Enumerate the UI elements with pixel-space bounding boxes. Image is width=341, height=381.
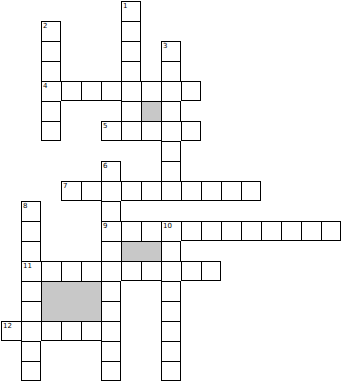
cell-r5-c8[interactable] <box>161 101 181 121</box>
cell-r4-c2[interactable]: 4 <box>41 81 61 101</box>
cell-r6-c6[interactable] <box>121 121 141 141</box>
cell-r16-c8[interactable] <box>161 321 181 341</box>
shaded-cell-r14-c4 <box>81 281 101 301</box>
cell-r10-c5[interactable] <box>101 201 121 221</box>
cell-r3-c2[interactable] <box>41 61 61 81</box>
cell-r2-c2[interactable] <box>41 41 61 61</box>
cell-r6-c8[interactable] <box>161 121 181 141</box>
clue-number-9: 9 <box>103 222 107 230</box>
cell-r4-c4[interactable] <box>81 81 101 101</box>
cell-r15-c8[interactable] <box>161 301 181 321</box>
cell-r14-c5[interactable] <box>101 281 121 301</box>
cell-r11-c10[interactable] <box>201 221 221 241</box>
cell-r6-c9[interactable] <box>181 121 201 141</box>
cell-r3-c6[interactable] <box>121 61 141 81</box>
cell-r2-c8[interactable]: 3 <box>161 41 181 61</box>
cell-r6-c2[interactable] <box>41 121 61 141</box>
cell-r4-c9[interactable] <box>181 81 201 101</box>
cell-r14-c8[interactable] <box>161 281 181 301</box>
cell-r4-c8[interactable] <box>161 81 181 101</box>
cell-r16-c4[interactable] <box>81 321 101 341</box>
cell-r17-c5[interactable] <box>101 341 121 361</box>
cell-r4-c6[interactable] <box>121 81 141 101</box>
cell-r18-c8[interactable] <box>161 361 181 381</box>
cell-r13-c7[interactable] <box>141 261 161 281</box>
cell-r7-c8[interactable] <box>161 141 181 161</box>
cell-r17-c8[interactable] <box>161 341 181 361</box>
shaded-cell-r15-c2 <box>41 301 61 321</box>
cell-r11-c11[interactable] <box>221 221 241 241</box>
shaded-cell-r12-c7 <box>141 241 161 261</box>
clue-number-10: 10 <box>163 222 172 230</box>
clue-number-12: 12 <box>3 322 12 330</box>
cell-r13-c4[interactable] <box>81 261 101 281</box>
cell-r9-c8[interactable] <box>161 181 181 201</box>
cell-r15-c1[interactable] <box>21 301 41 321</box>
clue-number-11: 11 <box>23 262 32 270</box>
shaded-cell-r14-c2 <box>41 281 61 301</box>
cell-r5-c6[interactable] <box>121 101 141 121</box>
cell-r9-c3[interactable]: 7 <box>61 181 81 201</box>
cell-r4-c7[interactable] <box>141 81 161 101</box>
cell-r17-c1[interactable] <box>21 341 41 361</box>
cell-r11-c13[interactable] <box>261 221 281 241</box>
cell-r2-c6[interactable] <box>121 41 141 61</box>
cell-r18-c5[interactable] <box>101 361 121 381</box>
cell-r9-c4[interactable] <box>81 181 101 201</box>
cell-r18-c1[interactable] <box>21 361 41 381</box>
cell-r1-c2[interactable]: 2 <box>41 21 61 41</box>
shaded-cell-r15-c4 <box>81 301 101 321</box>
cell-r13-c10[interactable] <box>201 261 221 281</box>
cell-r3-c8[interactable] <box>161 61 181 81</box>
cell-r16-c5[interactable] <box>101 321 121 341</box>
cell-r13-c6[interactable] <box>121 261 141 281</box>
cell-r11-c6[interactable] <box>121 221 141 241</box>
shaded-cell-r5-c7 <box>141 101 161 121</box>
clue-number-5: 5 <box>103 122 107 130</box>
cell-r15-c5[interactable] <box>101 301 121 321</box>
cell-r9-c5[interactable] <box>101 181 121 201</box>
shaded-cell-r14-c3 <box>61 281 81 301</box>
cell-r11-c5[interactable]: 9 <box>101 221 121 241</box>
cell-r6-c7[interactable] <box>141 121 161 141</box>
cell-r9-c11[interactable] <box>221 181 241 201</box>
cell-r12-c5[interactable] <box>101 241 121 261</box>
cell-r4-c3[interactable] <box>61 81 81 101</box>
shaded-cell-r12-c6 <box>121 241 141 261</box>
cell-r13-c9[interactable] <box>181 261 201 281</box>
clue-number-3: 3 <box>163 42 167 50</box>
cell-r16-c2[interactable] <box>41 321 61 341</box>
cell-r11-c15[interactable] <box>301 221 321 241</box>
cell-r13-c1[interactable]: 11 <box>21 261 41 281</box>
cell-r9-c6[interactable] <box>121 181 141 201</box>
cell-r9-c12[interactable] <box>241 181 261 201</box>
cell-r12-c8[interactable] <box>161 241 181 261</box>
shaded-cell-r15-c3 <box>61 301 81 321</box>
cell-r9-c7[interactable] <box>141 181 161 201</box>
cell-r4-c5[interactable] <box>101 81 121 101</box>
cell-r11-c7[interactable] <box>141 221 161 241</box>
cell-r13-c8[interactable] <box>161 261 181 281</box>
clue-number-7: 7 <box>63 182 67 190</box>
cell-r8-c5[interactable]: 6 <box>101 161 121 181</box>
cell-r10-c1[interactable]: 8 <box>21 201 41 221</box>
cell-r11-c9[interactable] <box>181 221 201 241</box>
cell-r11-c12[interactable] <box>241 221 261 241</box>
cell-r16-c0[interactable]: 12 <box>1 321 21 341</box>
clue-number-2: 2 <box>43 22 47 30</box>
cell-r12-c1[interactable] <box>21 241 41 261</box>
cell-r13-c3[interactable] <box>61 261 81 281</box>
cell-r13-c2[interactable] <box>41 261 61 281</box>
clue-number-8: 8 <box>23 202 27 210</box>
clue-number-4: 4 <box>43 82 47 90</box>
cell-r0-c6[interactable]: 1 <box>121 1 141 21</box>
cell-r11-c16[interactable] <box>321 221 341 241</box>
clue-number-1: 1 <box>123 2 127 10</box>
cell-r11-c14[interactable] <box>281 221 301 241</box>
crossword-board: 123456789101112 <box>0 0 341 381</box>
cell-r8-c8[interactable] <box>161 161 181 181</box>
cell-r16-c3[interactable] <box>61 321 81 341</box>
cell-r5-c2[interactable] <box>41 101 61 121</box>
cell-r9-c10[interactable] <box>201 181 221 201</box>
clue-number-6: 6 <box>103 162 107 170</box>
cell-r11-c8[interactable]: 10 <box>161 221 181 241</box>
cell-r16-c1[interactable] <box>21 321 41 341</box>
cell-r6-c5[interactable]: 5 <box>101 121 121 141</box>
cell-r11-c1[interactable] <box>21 221 41 241</box>
cell-r14-c1[interactable] <box>21 281 41 301</box>
cell-r1-c6[interactable] <box>121 21 141 41</box>
cell-r13-c5[interactable] <box>101 261 121 281</box>
crossword-grid: 123456789101112 <box>1 1 341 381</box>
cell-r9-c9[interactable] <box>181 181 201 201</box>
